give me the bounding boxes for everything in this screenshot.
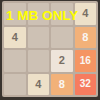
empty-cell [4, 3, 26, 25]
tile-8: 8 [51, 74, 73, 96]
empty-cell [4, 74, 26, 96]
tile-4: 4 [28, 74, 50, 96]
tile-16: 16 [75, 50, 97, 72]
game-screen: 4482164832 1 MB ONLY [0, 0, 100, 100]
tile-2: 2 [51, 50, 73, 72]
empty-cell [51, 27, 73, 49]
2048-board[interactable]: 4482164832 [2, 1, 98, 97]
empty-cell [28, 50, 50, 72]
empty-cell [28, 27, 50, 49]
empty-cell [51, 3, 73, 25]
tile-32: 32 [75, 74, 97, 96]
tile-4: 4 [75, 3, 97, 25]
tile-8: 8 [75, 27, 97, 49]
empty-cell [4, 50, 26, 72]
tile-4: 4 [4, 27, 26, 49]
empty-cell [28, 3, 50, 25]
